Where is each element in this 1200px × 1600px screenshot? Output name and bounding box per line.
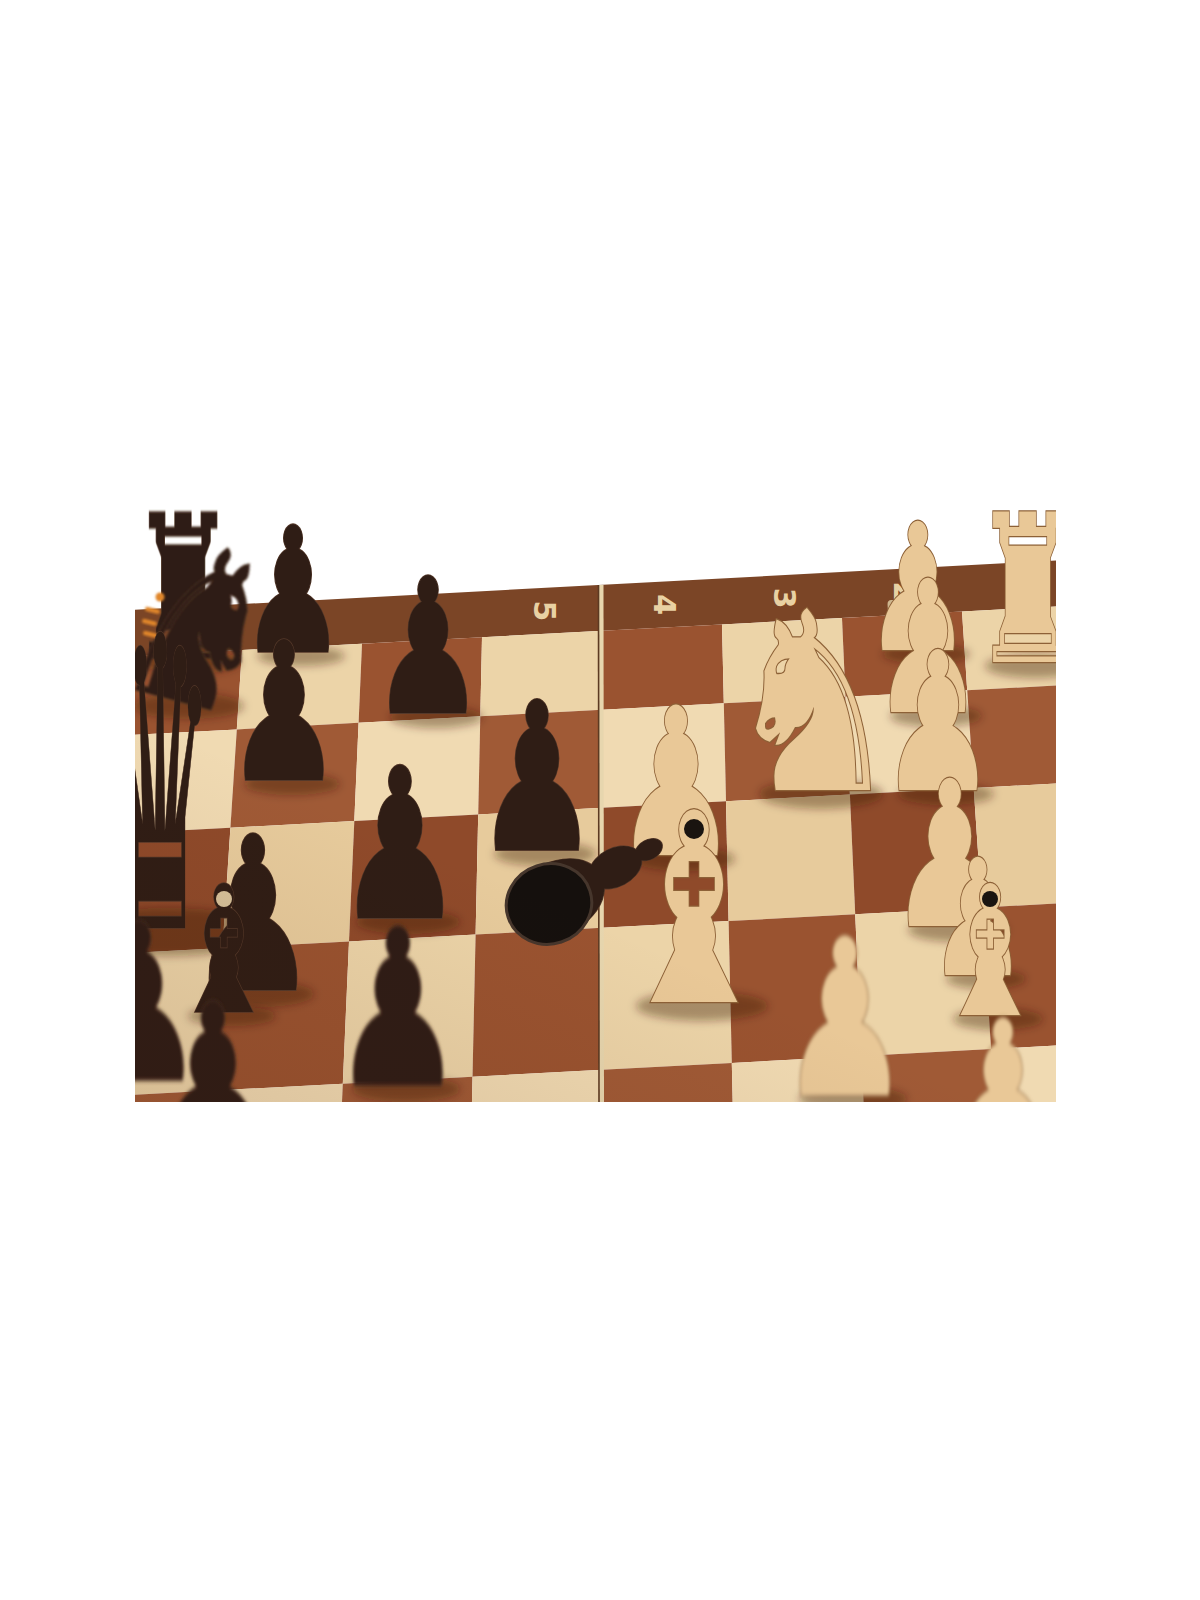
- square-f1: [1002, 1205, 1152, 1403]
- square-e7: [202, 1084, 342, 1256]
- square-f8: [52, 1255, 202, 1455]
- square-e6: [336, 1077, 473, 1248]
- square-f7: [190, 1248, 336, 1448]
- photo-tone-overlay: [135, 500, 1056, 1102]
- square-f3: [736, 1220, 878, 1419]
- square-f5: [465, 1234, 603, 1433]
- square-f2: [869, 1212, 1015, 1411]
- square-f6: [327, 1241, 469, 1441]
- square-e8: [69, 1091, 213, 1263]
- chessboard-photo: 87654321♟♟♜♜♞♟♟♟♞♟♟♟♟♟♟♛♟♟♝♝♝♟♟♟♟♟: [0, 0, 1200, 1600]
- product-photo-chessboard: 87654321♟♟♜♜♞♟♟♟♞♟♟♟♟♟♟♛♟♟♝♝♝♟♟♟♟♟: [0, 0, 1200, 1600]
- square-f4: [602, 1227, 740, 1426]
